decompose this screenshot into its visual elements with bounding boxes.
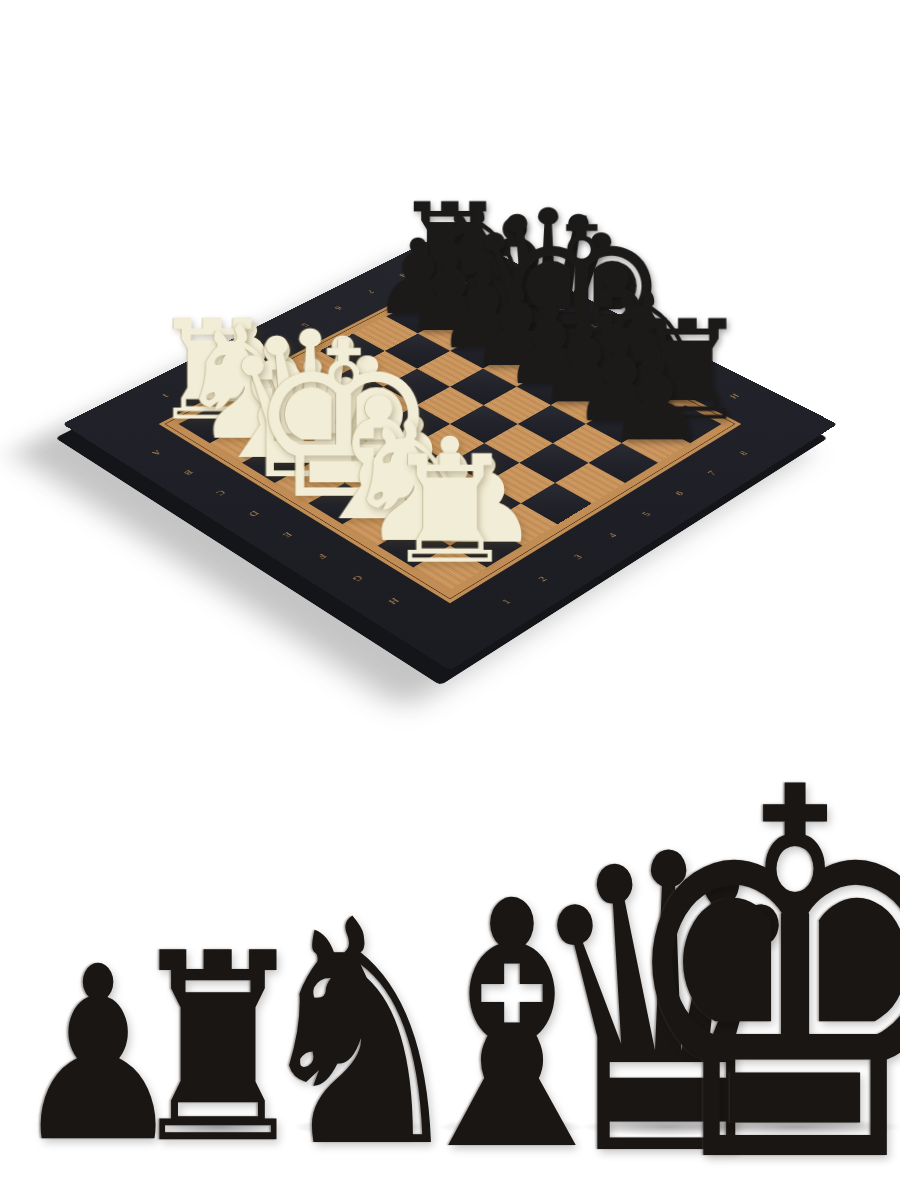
file-label: G — [332, 563, 383, 594]
file-label: F — [297, 542, 348, 572]
rank-label: 1 — [480, 586, 532, 617]
rank-label: 2 — [516, 563, 567, 594]
board-scene: ABCDEFGH ABCDEFGH 87654321 87654321 ♜♞♝♛… — [0, 0, 900, 690]
rank-label: 3 — [552, 542, 603, 572]
board-frame: ABCDEFGH ABCDEFGH 87654321 87654321 ♜♞♝♛… — [63, 230, 838, 670]
chess-board: ABCDEFGH ABCDEFGH 87654321 87654321 ♜♞♝♛… — [63, 230, 838, 670]
rank-label: 8 — [718, 440, 767, 467]
piece-lineup: ♟♜♞♝♛♚ — [0, 690, 900, 1200]
file-label: B — [164, 459, 214, 487]
rank-label: 5 — [621, 499, 671, 528]
file-label: A — [132, 440, 181, 467]
file-label: C — [196, 479, 246, 507]
rank-label: 6 — [654, 479, 704, 507]
file-label: H — [368, 586, 420, 617]
board-grid: ♜♞♝♛♚♝♞♜♟♟♟♟♟♟♟♟♟♟♟♟♟♟♟♟♜♞♝♛♚♝♞♜ — [178, 284, 721, 590]
rank-label: 4 — [587, 520, 638, 549]
black-pawn[interactable]: ♟ — [606, 345, 706, 456]
file-label: E — [263, 520, 314, 549]
rank-label: 7 — [687, 459, 737, 487]
page: ABCDEFGH ABCDEFGH 87654321 87654321 ♜♞♝♛… — [0, 0, 900, 1200]
file-label: D — [229, 499, 279, 528]
king-icon: ♚ — [612, 724, 900, 1200]
white-rook[interactable]: ♜ — [383, 437, 516, 586]
square-h1[interactable]: ♜ — [413, 546, 486, 590]
lineup-king: ♚ — [566, 724, 900, 1200]
